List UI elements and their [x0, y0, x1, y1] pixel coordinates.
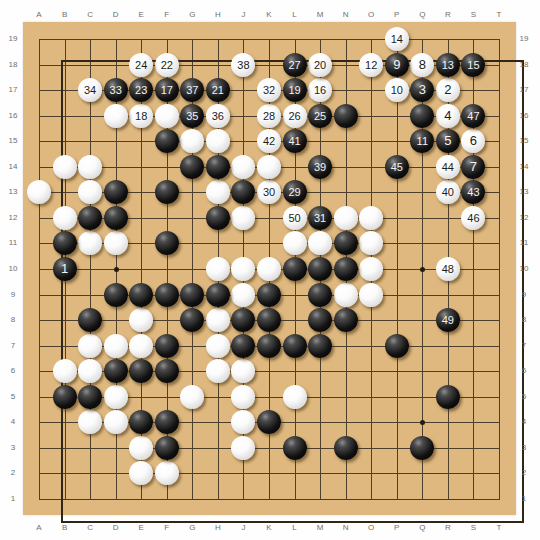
move-number: 14 [385, 27, 409, 51]
move-number: 47 [461, 104, 485, 128]
move-number: 45 [385, 155, 409, 179]
stone-f3 [155, 436, 179, 460]
stone-q16 [410, 104, 434, 128]
stone-l12: 50 [283, 206, 307, 230]
coordinate-label-left: 8 [11, 316, 15, 324]
move-number: 43 [461, 180, 485, 204]
move-number: 34 [78, 78, 102, 102]
stone-d6 [104, 359, 128, 383]
stone-c12 [78, 206, 102, 230]
coordinate-label-left: 2 [11, 469, 15, 477]
stone-e17: 23 [129, 78, 153, 102]
stone-h15 [206, 129, 230, 153]
move-number: 13 [436, 53, 460, 77]
move-number: 36 [206, 104, 230, 128]
stone-f16 [155, 104, 179, 128]
stone-h17: 21 [206, 78, 230, 102]
stone-q18: 8 [410, 53, 434, 77]
stone-l18: 27 [283, 53, 307, 77]
coordinate-label-top: O [368, 11, 374, 19]
stone-l13: 29 [283, 180, 307, 204]
stone-g5 [180, 385, 204, 409]
coordinate-label-top: J [241, 11, 245, 19]
coordinate-label-right: 19 [520, 35, 529, 43]
stone-n16 [334, 104, 358, 128]
move-number: 32 [257, 78, 281, 102]
stone-e16: 18 [129, 104, 153, 128]
move-number: 11 [410, 129, 434, 153]
coordinate-label-bottom: A [36, 524, 41, 532]
move-number: 44 [436, 155, 460, 179]
stone-p19: 14 [385, 27, 409, 51]
move-number: 49 [436, 308, 460, 332]
coordinate-label-top: K [266, 11, 271, 19]
move-number: 41 [283, 129, 307, 153]
move-number: 39 [308, 155, 332, 179]
coordinate-label-left: 5 [11, 393, 15, 401]
move-number: 29 [283, 180, 307, 204]
move-number: 18 [129, 104, 153, 128]
stone-k16: 28 [257, 104, 281, 128]
stone-r8: 49 [436, 308, 460, 332]
stone-r5 [436, 385, 460, 409]
stone-h14 [206, 155, 230, 179]
stone-f18: 22 [155, 53, 179, 77]
stone-b10: 1 [53, 257, 77, 281]
stone-l10 [283, 257, 307, 281]
coordinate-label-left: 4 [11, 418, 15, 426]
coordinate-label-bottom: F [164, 524, 169, 532]
coordinate-label-left: 18 [9, 61, 18, 69]
stone-s12: 46 [461, 206, 485, 230]
coordinate-label-right: 4 [522, 418, 526, 426]
stone-r18: 13 [436, 53, 460, 77]
coordinate-label-right: 14 [520, 163, 529, 171]
stone-l16: 26 [283, 104, 307, 128]
coordinate-label-right: 2 [522, 469, 526, 477]
stone-b5 [53, 385, 77, 409]
go-diagram: 1234567891011121314151617181920212223242… [0, 0, 540, 540]
stone-f17: 17 [155, 78, 179, 102]
move-number: 17 [155, 78, 179, 102]
coordinate-label-bottom: O [368, 524, 374, 532]
coordinate-label-top: A [36, 11, 41, 19]
stone-d4 [104, 410, 128, 434]
move-number: 25 [308, 104, 332, 128]
coordinate-label-right: 1 [522, 495, 526, 503]
stone-f13 [155, 180, 179, 204]
coordinate-label-top: F [164, 11, 169, 19]
stone-f6 [155, 359, 179, 383]
move-number: 4 [436, 104, 460, 128]
coordinate-label-right: 3 [522, 444, 526, 452]
coordinate-label-bottom: S [471, 524, 476, 532]
coordinate-label-top: D [113, 11, 119, 19]
stone-l15: 41 [283, 129, 307, 153]
stone-h12 [206, 206, 230, 230]
stone-h16: 36 [206, 104, 230, 128]
coordinate-label-top: H [215, 11, 221, 19]
stone-f4 [155, 410, 179, 434]
stone-s16: 47 [461, 104, 485, 128]
move-number: 10 [385, 78, 409, 102]
stone-d13 [104, 180, 128, 204]
stone-m12: 31 [308, 206, 332, 230]
stone-m7 [308, 334, 332, 358]
stone-m16: 25 [308, 104, 332, 128]
move-number: 33 [104, 78, 128, 102]
move-number: 7 [461, 155, 485, 179]
coordinate-label-right: 9 [522, 291, 526, 299]
coordinate-label-right: 12 [520, 214, 529, 222]
coordinate-label-bottom: C [87, 524, 93, 532]
move-number: 48 [436, 257, 460, 281]
move-number: 50 [283, 206, 307, 230]
stone-h8 [206, 308, 230, 332]
stone-d16 [104, 104, 128, 128]
stone-h7 [206, 334, 230, 358]
stone-e9 [129, 283, 153, 307]
stone-h10 [206, 257, 230, 281]
coordinate-label-top: B [62, 11, 67, 19]
stone-b6 [53, 359, 77, 383]
coordinate-label-left: 10 [9, 265, 18, 273]
move-number: 5 [436, 129, 460, 153]
stone-c14 [78, 155, 102, 179]
stone-c5 [78, 385, 102, 409]
stone-o18: 12 [359, 53, 383, 77]
stone-a13 [27, 180, 51, 204]
coordinate-label-top: P [394, 11, 399, 19]
move-number: 31 [308, 206, 332, 230]
move-number: 6 [461, 129, 485, 153]
stone-m17: 16 [308, 78, 332, 102]
coordinate-label-left: 1 [11, 495, 15, 503]
move-number: 20 [308, 53, 332, 77]
coordinate-label-right: 13 [520, 188, 529, 196]
coordinate-label-left: 19 [9, 35, 18, 43]
coordinate-label-bottom: M [317, 524, 324, 532]
star-point [114, 267, 119, 272]
stone-s15: 6 [461, 129, 485, 153]
move-number: 12 [359, 53, 383, 77]
stone-m14: 39 [308, 155, 332, 179]
stone-f15 [155, 129, 179, 153]
stone-m9 [308, 283, 332, 307]
stone-l17: 19 [283, 78, 307, 102]
move-number: 27 [283, 53, 307, 77]
move-number: 3 [410, 78, 434, 102]
stone-r10: 48 [436, 257, 460, 281]
coordinate-label-top: Q [419, 11, 425, 19]
stone-n8 [334, 308, 358, 332]
stone-g16: 35 [180, 104, 204, 128]
coordinate-label-bottom: E [139, 524, 144, 532]
stone-e18: 24 [129, 53, 153, 77]
stone-l11 [283, 231, 307, 255]
stone-e7 [129, 334, 153, 358]
stone-f7 [155, 334, 179, 358]
stone-o12 [359, 206, 383, 230]
move-number: 22 [155, 53, 179, 77]
move-number: 37 [180, 78, 204, 102]
stone-j9 [231, 283, 255, 307]
move-number: 19 [283, 78, 307, 102]
stone-s14: 7 [461, 155, 485, 179]
coordinate-label-top: G [189, 11, 195, 19]
coordinate-label-bottom: R [445, 524, 451, 532]
move-number: 2 [436, 78, 460, 102]
move-number: 23 [129, 78, 153, 102]
stone-l7 [283, 334, 307, 358]
coordinate-label-left: 12 [9, 214, 18, 222]
stone-b12 [53, 206, 77, 230]
coordinate-label-top: R [445, 11, 451, 19]
coordinate-label-top: L [292, 11, 296, 19]
move-number: 38 [231, 53, 255, 77]
coordinate-label-right: 17 [520, 86, 529, 94]
stone-d7 [104, 334, 128, 358]
stone-k15: 42 [257, 129, 281, 153]
coordinate-label-bottom: H [215, 524, 221, 532]
stone-d11 [104, 231, 128, 255]
move-number: 46 [461, 206, 485, 230]
coordinate-label-left: 6 [11, 367, 15, 375]
stone-k17: 32 [257, 78, 281, 102]
coordinate-label-bottom: B [62, 524, 67, 532]
coordinate-label-right: 15 [520, 137, 529, 145]
coordinate-label-right: 6 [522, 367, 526, 375]
move-number: 9 [385, 53, 409, 77]
stone-m10 [308, 257, 332, 281]
stone-r14: 44 [436, 155, 460, 179]
coordinate-label-top: M [317, 11, 324, 19]
coordinate-label-top: E [139, 11, 144, 19]
coordinate-label-left: 9 [11, 291, 15, 299]
go-board: 1234567891011121314151617181920212223242… [23, 22, 516, 515]
stone-d17: 33 [104, 78, 128, 102]
stone-m18: 20 [308, 53, 332, 77]
move-number: 26 [283, 104, 307, 128]
stone-g9 [180, 283, 204, 307]
stone-p18: 9 [385, 53, 409, 77]
coordinate-label-right: 16 [520, 112, 529, 120]
stone-k10 [257, 257, 281, 281]
coordinate-label-left: 14 [9, 163, 18, 171]
stone-h6 [206, 359, 230, 383]
coordinate-label-left: 17 [9, 86, 18, 94]
stone-p14: 45 [385, 155, 409, 179]
stone-n3 [334, 436, 358, 460]
stone-d12 [104, 206, 128, 230]
coordinate-label-top: C [87, 11, 93, 19]
stone-d9 [104, 283, 128, 307]
stone-d5 [104, 385, 128, 409]
coordinate-label-top: T [497, 11, 502, 19]
stone-c17: 34 [78, 78, 102, 102]
stone-q17: 3 [410, 78, 434, 102]
coordinate-label-left: 3 [11, 444, 15, 452]
coordinate-label-right: 11 [520, 239, 528, 247]
move-number: 15 [461, 53, 485, 77]
move-number: 16 [308, 78, 332, 102]
coordinate-label-bottom: D [113, 524, 119, 532]
coordinate-label-left: 11 [9, 239, 17, 247]
coordinate-label-right: 10 [520, 265, 529, 273]
coordinate-label-bottom: N [343, 524, 349, 532]
coordinate-label-left: 16 [9, 112, 18, 120]
stone-n11 [334, 231, 358, 255]
stone-k13: 30 [257, 180, 281, 204]
coordinate-label-top: N [343, 11, 349, 19]
coordinate-label-left: 13 [9, 188, 18, 196]
stone-s18: 15 [461, 53, 485, 77]
move-number: 8 [410, 53, 434, 77]
stone-b14 [53, 155, 77, 179]
stone-s13: 43 [461, 180, 485, 204]
move-number: 42 [257, 129, 281, 153]
move-number: 24 [129, 53, 153, 77]
stone-n10 [334, 257, 358, 281]
stone-r15: 5 [436, 129, 460, 153]
coordinate-label-left: 7 [11, 342, 15, 350]
coordinate-label-bottom: T [497, 524, 502, 532]
move-number: 28 [257, 104, 281, 128]
stone-q15: 11 [410, 129, 434, 153]
stone-l3 [283, 436, 307, 460]
move-number: 40 [436, 180, 460, 204]
stone-r16: 4 [436, 104, 460, 128]
move-number: 1 [53, 257, 77, 281]
coordinate-label-top: S [471, 11, 476, 19]
stone-n9 [334, 283, 358, 307]
coordinate-label-right: 8 [522, 316, 526, 324]
move-number: 30 [257, 180, 281, 204]
stone-g14 [180, 155, 204, 179]
coordinate-label-bottom: Q [419, 524, 425, 532]
coordinate-label-bottom: J [241, 524, 245, 532]
stone-k7 [257, 334, 281, 358]
stone-j18: 38 [231, 53, 255, 77]
coordinate-label-bottom: L [292, 524, 296, 532]
stone-j7 [231, 334, 255, 358]
stone-f9 [155, 283, 179, 307]
stone-p17: 10 [385, 78, 409, 102]
stone-r17: 2 [436, 78, 460, 102]
stone-l5 [283, 385, 307, 409]
stone-h9 [206, 283, 230, 307]
stone-k9 [257, 283, 281, 307]
coordinate-label-left: 15 [9, 137, 18, 145]
stone-k8 [257, 308, 281, 332]
coordinate-label-bottom: G [189, 524, 195, 532]
stone-g17: 37 [180, 78, 204, 102]
coordinate-label-bottom: K [266, 524, 271, 532]
stone-e3 [129, 436, 153, 460]
coordinate-label-right: 5 [522, 393, 526, 401]
coordinate-label-bottom: P [394, 524, 399, 532]
stone-n12 [334, 206, 358, 230]
coordinate-label-right: 18 [520, 61, 529, 69]
coordinate-label-right: 7 [522, 342, 526, 350]
stone-c7 [78, 334, 102, 358]
stone-p7 [385, 334, 409, 358]
stone-k14 [257, 155, 281, 179]
move-number: 35 [180, 104, 204, 128]
move-number: 21 [206, 78, 230, 102]
stone-b11 [53, 231, 77, 255]
stone-o9 [359, 283, 383, 307]
stone-r13: 40 [436, 180, 460, 204]
